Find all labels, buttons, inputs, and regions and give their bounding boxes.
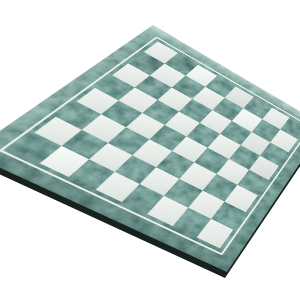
chess-board [0,25,300,272]
product-photo [0,0,300,300]
